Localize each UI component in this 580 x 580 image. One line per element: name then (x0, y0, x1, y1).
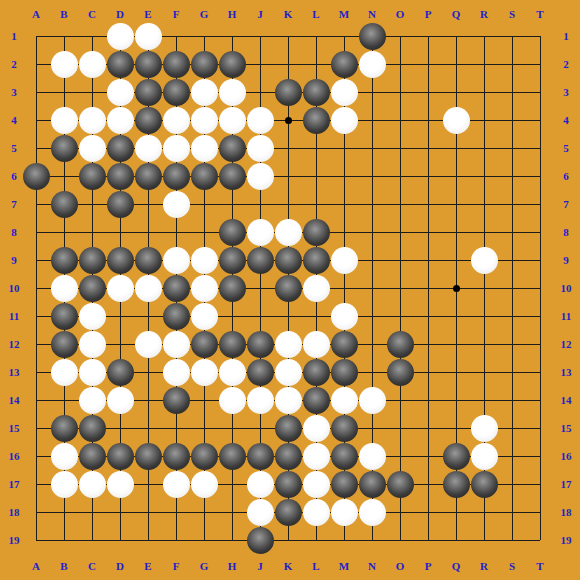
intersection-T8[interactable] (526, 218, 554, 246)
intersection-F8[interactable] (162, 218, 190, 246)
intersection-P1[interactable] (414, 22, 442, 50)
intersection-C4[interactable] (78, 106, 106, 134)
intersection-N11[interactable] (358, 302, 386, 330)
intersection-O12[interactable] (386, 330, 414, 358)
intersection-N4[interactable] (358, 106, 386, 134)
intersection-Q4[interactable] (442, 106, 470, 134)
intersection-J8[interactable] (246, 218, 274, 246)
intersection-S18[interactable] (498, 498, 526, 526)
intersection-O2[interactable] (386, 50, 414, 78)
intersection-O7[interactable] (386, 190, 414, 218)
intersection-Q1[interactable] (442, 22, 470, 50)
intersection-Q13[interactable] (442, 358, 470, 386)
intersection-N9[interactable] (358, 246, 386, 274)
intersection-E10[interactable] (134, 274, 162, 302)
intersection-R9[interactable] (470, 246, 498, 274)
intersection-J12[interactable] (246, 330, 274, 358)
intersection-T15[interactable] (526, 414, 554, 442)
intersection-B6[interactable] (50, 162, 78, 190)
intersection-M2[interactable] (330, 50, 358, 78)
intersection-H3[interactable] (218, 78, 246, 106)
intersection-J17[interactable] (246, 470, 274, 498)
intersection-F13[interactable] (162, 358, 190, 386)
intersection-O15[interactable] (386, 414, 414, 442)
intersection-A11[interactable] (22, 302, 50, 330)
intersection-L16[interactable] (302, 442, 330, 470)
intersection-J4[interactable] (246, 106, 274, 134)
intersection-T5[interactable] (526, 134, 554, 162)
intersection-A19[interactable] (22, 526, 50, 554)
intersection-R10[interactable] (470, 274, 498, 302)
intersection-P6[interactable] (414, 162, 442, 190)
intersection-M19[interactable] (330, 526, 358, 554)
intersection-G17[interactable] (190, 470, 218, 498)
intersection-S1[interactable] (498, 22, 526, 50)
intersection-P4[interactable] (414, 106, 442, 134)
intersection-R12[interactable] (470, 330, 498, 358)
intersection-N19[interactable] (358, 526, 386, 554)
intersection-L11[interactable] (302, 302, 330, 330)
intersection-T14[interactable] (526, 386, 554, 414)
intersection-K15[interactable] (274, 414, 302, 442)
intersection-S12[interactable] (498, 330, 526, 358)
intersection-S11[interactable] (498, 302, 526, 330)
intersection-F15[interactable] (162, 414, 190, 442)
intersection-Q16[interactable] (442, 442, 470, 470)
intersection-T4[interactable] (526, 106, 554, 134)
intersection-J15[interactable] (246, 414, 274, 442)
intersection-H5[interactable] (218, 134, 246, 162)
intersection-C8[interactable] (78, 218, 106, 246)
intersection-N5[interactable] (358, 134, 386, 162)
intersection-K2[interactable] (274, 50, 302, 78)
intersection-Q5[interactable] (442, 134, 470, 162)
intersection-E8[interactable] (134, 218, 162, 246)
intersection-B13[interactable] (50, 358, 78, 386)
intersection-A15[interactable] (22, 414, 50, 442)
intersection-H2[interactable] (218, 50, 246, 78)
intersection-D6[interactable] (106, 162, 134, 190)
intersection-D2[interactable] (106, 50, 134, 78)
intersection-L15[interactable] (302, 414, 330, 442)
intersection-G15[interactable] (190, 414, 218, 442)
intersection-A16[interactable] (22, 442, 50, 470)
intersection-O9[interactable] (386, 246, 414, 274)
intersection-H15[interactable] (218, 414, 246, 442)
intersection-T17[interactable] (526, 470, 554, 498)
intersection-T16[interactable] (526, 442, 554, 470)
intersection-S10[interactable] (498, 274, 526, 302)
intersection-P17[interactable] (414, 470, 442, 498)
intersection-B2[interactable] (50, 50, 78, 78)
intersection-T10[interactable] (526, 274, 554, 302)
intersection-D17[interactable] (106, 470, 134, 498)
intersection-G1[interactable] (190, 22, 218, 50)
intersection-K1[interactable] (274, 22, 302, 50)
intersection-C19[interactable] (78, 526, 106, 554)
intersection-Q6[interactable] (442, 162, 470, 190)
intersection-M10[interactable] (330, 274, 358, 302)
intersection-F18[interactable] (162, 498, 190, 526)
intersection-T11[interactable] (526, 302, 554, 330)
intersection-T1[interactable] (526, 22, 554, 50)
intersection-E14[interactable] (134, 386, 162, 414)
intersection-E19[interactable] (134, 526, 162, 554)
intersection-J3[interactable] (246, 78, 274, 106)
intersection-P9[interactable] (414, 246, 442, 274)
intersection-P5[interactable] (414, 134, 442, 162)
intersection-J5[interactable] (246, 134, 274, 162)
intersection-O16[interactable] (386, 442, 414, 470)
intersection-B1[interactable] (50, 22, 78, 50)
intersection-Q8[interactable] (442, 218, 470, 246)
intersection-R13[interactable] (470, 358, 498, 386)
intersection-B3[interactable] (50, 78, 78, 106)
intersection-F6[interactable] (162, 162, 190, 190)
intersection-P2[interactable] (414, 50, 442, 78)
intersection-H6[interactable] (218, 162, 246, 190)
intersection-B14[interactable] (50, 386, 78, 414)
intersection-C13[interactable] (78, 358, 106, 386)
intersection-N2[interactable] (358, 50, 386, 78)
intersection-Q3[interactable] (442, 78, 470, 106)
intersection-R4[interactable] (470, 106, 498, 134)
intersection-A1[interactable] (22, 22, 50, 50)
intersection-M7[interactable] (330, 190, 358, 218)
intersection-P18[interactable] (414, 498, 442, 526)
intersection-K6[interactable] (274, 162, 302, 190)
intersection-R17[interactable] (470, 470, 498, 498)
intersection-T9[interactable] (526, 246, 554, 274)
intersection-G4[interactable] (190, 106, 218, 134)
intersection-C6[interactable] (78, 162, 106, 190)
intersection-E18[interactable] (134, 498, 162, 526)
intersection-P11[interactable] (414, 302, 442, 330)
intersection-F4[interactable] (162, 106, 190, 134)
intersection-C18[interactable] (78, 498, 106, 526)
intersection-K3[interactable] (274, 78, 302, 106)
intersection-F14[interactable] (162, 386, 190, 414)
intersection-S19[interactable] (498, 526, 526, 554)
intersection-N6[interactable] (358, 162, 386, 190)
intersection-R3[interactable] (470, 78, 498, 106)
intersection-N16[interactable] (358, 442, 386, 470)
intersection-B18[interactable] (50, 498, 78, 526)
intersection-E17[interactable] (134, 470, 162, 498)
intersection-R15[interactable] (470, 414, 498, 442)
intersection-H10[interactable] (218, 274, 246, 302)
intersection-P19[interactable] (414, 526, 442, 554)
intersection-N18[interactable] (358, 498, 386, 526)
intersection-E4[interactable] (134, 106, 162, 134)
intersection-R18[interactable] (470, 498, 498, 526)
intersection-J19[interactable] (246, 526, 274, 554)
intersection-A13[interactable] (22, 358, 50, 386)
intersection-Q10[interactable] (442, 274, 470, 302)
intersection-S6[interactable] (498, 162, 526, 190)
intersection-H8[interactable] (218, 218, 246, 246)
intersection-R6[interactable] (470, 162, 498, 190)
intersection-J6[interactable] (246, 162, 274, 190)
intersection-R7[interactable] (470, 190, 498, 218)
intersection-N10[interactable] (358, 274, 386, 302)
intersection-P16[interactable] (414, 442, 442, 470)
intersection-K9[interactable] (274, 246, 302, 274)
intersection-D19[interactable] (106, 526, 134, 554)
intersection-J14[interactable] (246, 386, 274, 414)
intersection-K4[interactable] (274, 106, 302, 134)
intersection-C9[interactable] (78, 246, 106, 274)
intersection-B8[interactable] (50, 218, 78, 246)
intersection-D1[interactable] (106, 22, 134, 50)
intersection-E5[interactable] (134, 134, 162, 162)
intersection-G5[interactable] (190, 134, 218, 162)
intersection-A4[interactable] (22, 106, 50, 134)
intersection-J7[interactable] (246, 190, 274, 218)
intersection-P8[interactable] (414, 218, 442, 246)
intersection-M16[interactable] (330, 442, 358, 470)
intersection-E12[interactable] (134, 330, 162, 358)
intersection-O4[interactable] (386, 106, 414, 134)
intersection-G14[interactable] (190, 386, 218, 414)
intersection-P14[interactable] (414, 386, 442, 414)
intersection-L19[interactable] (302, 526, 330, 554)
intersection-O8[interactable] (386, 218, 414, 246)
intersection-D13[interactable] (106, 358, 134, 386)
intersection-M15[interactable] (330, 414, 358, 442)
intersection-A5[interactable] (22, 134, 50, 162)
intersection-N15[interactable] (358, 414, 386, 442)
intersection-Q14[interactable] (442, 386, 470, 414)
intersection-R11[interactable] (470, 302, 498, 330)
intersection-B10[interactable] (50, 274, 78, 302)
intersection-S8[interactable] (498, 218, 526, 246)
intersection-S15[interactable] (498, 414, 526, 442)
intersection-J13[interactable] (246, 358, 274, 386)
intersection-R8[interactable] (470, 218, 498, 246)
intersection-K16[interactable] (274, 442, 302, 470)
intersection-C14[interactable] (78, 386, 106, 414)
intersection-D18[interactable] (106, 498, 134, 526)
intersection-F1[interactable] (162, 22, 190, 50)
intersection-M6[interactable] (330, 162, 358, 190)
intersection-N17[interactable] (358, 470, 386, 498)
intersection-D14[interactable] (106, 386, 134, 414)
intersection-G9[interactable] (190, 246, 218, 274)
intersection-D15[interactable] (106, 414, 134, 442)
intersection-J10[interactable] (246, 274, 274, 302)
intersection-D10[interactable] (106, 274, 134, 302)
intersection-O11[interactable] (386, 302, 414, 330)
intersection-Q2[interactable] (442, 50, 470, 78)
intersection-S3[interactable] (498, 78, 526, 106)
intersection-P15[interactable] (414, 414, 442, 442)
intersection-H11[interactable] (218, 302, 246, 330)
intersection-M17[interactable] (330, 470, 358, 498)
intersection-S4[interactable] (498, 106, 526, 134)
intersection-F19[interactable] (162, 526, 190, 554)
intersection-O17[interactable] (386, 470, 414, 498)
intersection-H4[interactable] (218, 106, 246, 134)
intersection-T13[interactable] (526, 358, 554, 386)
intersection-K13[interactable] (274, 358, 302, 386)
intersection-H16[interactable] (218, 442, 246, 470)
intersection-L18[interactable] (302, 498, 330, 526)
intersection-P10[interactable] (414, 274, 442, 302)
intersection-F10[interactable] (162, 274, 190, 302)
intersection-O10[interactable] (386, 274, 414, 302)
intersection-K5[interactable] (274, 134, 302, 162)
intersection-E3[interactable] (134, 78, 162, 106)
intersection-H17[interactable] (218, 470, 246, 498)
intersection-H14[interactable] (218, 386, 246, 414)
intersection-N1[interactable] (358, 22, 386, 50)
intersection-J1[interactable] (246, 22, 274, 50)
intersection-G8[interactable] (190, 218, 218, 246)
intersection-G6[interactable] (190, 162, 218, 190)
intersection-S17[interactable] (498, 470, 526, 498)
intersection-R1[interactable] (470, 22, 498, 50)
intersection-J2[interactable] (246, 50, 274, 78)
intersection-L9[interactable] (302, 246, 330, 274)
intersection-Q9[interactable] (442, 246, 470, 274)
intersection-S16[interactable] (498, 442, 526, 470)
intersection-N7[interactable] (358, 190, 386, 218)
intersection-P3[interactable] (414, 78, 442, 106)
intersection-T2[interactable] (526, 50, 554, 78)
intersection-D7[interactable] (106, 190, 134, 218)
intersection-H19[interactable] (218, 526, 246, 554)
intersection-O18[interactable] (386, 498, 414, 526)
intersection-G12[interactable] (190, 330, 218, 358)
intersection-C16[interactable] (78, 442, 106, 470)
intersection-A6[interactable] (22, 162, 50, 190)
intersection-K11[interactable] (274, 302, 302, 330)
intersection-A2[interactable] (22, 50, 50, 78)
intersection-K10[interactable] (274, 274, 302, 302)
intersection-S14[interactable] (498, 386, 526, 414)
intersection-G3[interactable] (190, 78, 218, 106)
intersection-D11[interactable] (106, 302, 134, 330)
intersection-B12[interactable] (50, 330, 78, 358)
intersection-F17[interactable] (162, 470, 190, 498)
intersection-C3[interactable] (78, 78, 106, 106)
intersection-H7[interactable] (218, 190, 246, 218)
intersection-K12[interactable] (274, 330, 302, 358)
intersection-L8[interactable] (302, 218, 330, 246)
intersection-E9[interactable] (134, 246, 162, 274)
intersection-L14[interactable] (302, 386, 330, 414)
intersection-G10[interactable] (190, 274, 218, 302)
intersection-C11[interactable] (78, 302, 106, 330)
intersection-B11[interactable] (50, 302, 78, 330)
intersection-K8[interactable] (274, 218, 302, 246)
intersection-C10[interactable] (78, 274, 106, 302)
intersection-M3[interactable] (330, 78, 358, 106)
intersection-A17[interactable] (22, 470, 50, 498)
intersection-B15[interactable] (50, 414, 78, 442)
intersection-E6[interactable] (134, 162, 162, 190)
intersection-F16[interactable] (162, 442, 190, 470)
intersection-F3[interactable] (162, 78, 190, 106)
intersection-M18[interactable] (330, 498, 358, 526)
intersection-Q18[interactable] (442, 498, 470, 526)
intersection-L3[interactable] (302, 78, 330, 106)
intersection-E7[interactable] (134, 190, 162, 218)
intersection-B7[interactable] (50, 190, 78, 218)
intersection-R19[interactable] (470, 526, 498, 554)
intersection-A8[interactable] (22, 218, 50, 246)
intersection-T7[interactable] (526, 190, 554, 218)
intersection-D8[interactable] (106, 218, 134, 246)
intersection-N3[interactable] (358, 78, 386, 106)
intersection-O1[interactable] (386, 22, 414, 50)
intersection-G16[interactable] (190, 442, 218, 470)
intersection-E16[interactable] (134, 442, 162, 470)
intersection-C7[interactable] (78, 190, 106, 218)
intersection-E11[interactable] (134, 302, 162, 330)
intersection-C5[interactable] (78, 134, 106, 162)
intersection-N8[interactable] (358, 218, 386, 246)
intersection-R14[interactable] (470, 386, 498, 414)
intersection-E2[interactable] (134, 50, 162, 78)
intersection-J16[interactable] (246, 442, 274, 470)
intersection-L10[interactable] (302, 274, 330, 302)
intersection-O5[interactable] (386, 134, 414, 162)
intersection-N13[interactable] (358, 358, 386, 386)
intersection-P7[interactable] (414, 190, 442, 218)
intersection-N14[interactable] (358, 386, 386, 414)
intersection-M11[interactable] (330, 302, 358, 330)
intersection-M8[interactable] (330, 218, 358, 246)
intersection-S9[interactable] (498, 246, 526, 274)
intersection-A12[interactable] (22, 330, 50, 358)
intersection-T12[interactable] (526, 330, 554, 358)
intersection-G18[interactable] (190, 498, 218, 526)
intersection-D9[interactable] (106, 246, 134, 274)
intersection-C2[interactable] (78, 50, 106, 78)
intersection-F12[interactable] (162, 330, 190, 358)
intersection-T19[interactable] (526, 526, 554, 554)
intersection-K18[interactable] (274, 498, 302, 526)
intersection-K17[interactable] (274, 470, 302, 498)
intersection-J9[interactable] (246, 246, 274, 274)
intersection-H1[interactable] (218, 22, 246, 50)
intersection-Q19[interactable] (442, 526, 470, 554)
intersection-R5[interactable] (470, 134, 498, 162)
intersection-M12[interactable] (330, 330, 358, 358)
intersection-B19[interactable] (50, 526, 78, 554)
intersection-E1[interactable] (134, 22, 162, 50)
intersection-C15[interactable] (78, 414, 106, 442)
intersection-M5[interactable] (330, 134, 358, 162)
intersection-L2[interactable] (302, 50, 330, 78)
intersection-B9[interactable] (50, 246, 78, 274)
intersection-S13[interactable] (498, 358, 526, 386)
intersection-S2[interactable] (498, 50, 526, 78)
intersection-S5[interactable] (498, 134, 526, 162)
intersection-O13[interactable] (386, 358, 414, 386)
intersection-M4[interactable] (330, 106, 358, 134)
intersection-A14[interactable] (22, 386, 50, 414)
intersection-L6[interactable] (302, 162, 330, 190)
intersection-F11[interactable] (162, 302, 190, 330)
intersection-R2[interactable] (470, 50, 498, 78)
intersection-A9[interactable] (22, 246, 50, 274)
intersection-J11[interactable] (246, 302, 274, 330)
intersection-P13[interactable] (414, 358, 442, 386)
intersection-S7[interactable] (498, 190, 526, 218)
